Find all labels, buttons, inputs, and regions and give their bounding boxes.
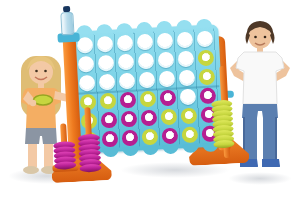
connect-four-unit: [0, 0, 298, 205]
board-cell-r1c2[interactable]: [97, 35, 114, 52]
board-cell-r2c4[interactable]: [138, 52, 155, 69]
scallop-bump: [96, 24, 112, 34]
tray-disc-M[interactable]: [79, 164, 101, 173]
magenta-disc-stack-outer[interactable]: [53, 141, 76, 170]
scallop-bump: [162, 144, 178, 154]
board-cell-r3c5[interactable]: [158, 70, 175, 87]
scallop-bump: [102, 148, 118, 158]
board-cell-r1c3[interactable]: [117, 34, 134, 51]
board-cell-r6c2[interactable]: [102, 130, 119, 147]
board-cell-r1c7[interactable]: [196, 30, 213, 47]
board-cell-r1c4[interactable]: [137, 33, 154, 50]
bottle-body: [60, 12, 74, 36]
board-cell-r6c3[interactable]: [122, 129, 139, 146]
board-cell-r5c5[interactable]: [160, 108, 177, 125]
board-cell-r2c5[interactable]: [157, 51, 174, 68]
tray-disc-M[interactable]: [54, 161, 76, 170]
tray-disc-Y[interactable]: [213, 140, 234, 149]
scallop-bump: [196, 19, 212, 29]
board-cell-r3c2[interactable]: [99, 73, 116, 90]
board-cell-r2c6[interactable]: [177, 50, 194, 67]
board-cell-r4c4[interactable]: [140, 90, 157, 107]
board-cell-r2c2[interactable]: [98, 54, 115, 71]
board-cell-r5c3[interactable]: [121, 110, 138, 127]
board-cell-r5c4[interactable]: [141, 109, 158, 126]
board-cell-r5c2[interactable]: [101, 111, 118, 128]
board-cell-r4c3[interactable]: [120, 91, 137, 108]
board-cell-r4c2[interactable]: [100, 92, 117, 109]
scallop-bump: [122, 147, 138, 157]
magenta-disc-stack-front[interactable]: [78, 134, 102, 173]
scallop-bump: [176, 20, 192, 30]
board-cell-r3c3[interactable]: [119, 72, 136, 89]
board-cell-r6c5[interactable]: [161, 127, 178, 144]
board-cell-r5c6[interactable]: [180, 107, 197, 124]
board-cell-r3c4[interactable]: [139, 71, 156, 88]
board-cell-r1c6[interactable]: [176, 31, 193, 48]
board-cell-r3c1[interactable]: [79, 74, 96, 91]
scallop-bump: [182, 143, 198, 153]
board-cell-r2c3[interactable]: [118, 53, 135, 70]
lime-disc-stack[interactable]: [211, 100, 234, 149]
board-cell-r2c7[interactable]: [197, 49, 214, 66]
scallop-bump: [156, 21, 172, 31]
product-photo-scene: { "game": "connect-four", "scene_descrip…: [0, 0, 298, 205]
board-cell-r6c4[interactable]: [142, 128, 159, 145]
scallop-bump: [142, 146, 158, 156]
board-cell-r4c6[interactable]: [179, 88, 196, 105]
water-bottle: [60, 6, 74, 36]
board-cell-r3c7[interactable]: [198, 68, 215, 85]
board-cell-r2c1[interactable]: [78, 55, 95, 72]
board-cell-r3c6[interactable]: [178, 69, 195, 86]
board-cell-r1c5[interactable]: [157, 32, 174, 49]
board-cell-r6c6[interactable]: [181, 126, 198, 143]
scallop-bump: [116, 23, 132, 33]
board-cell-r4c5[interactable]: [159, 89, 176, 106]
scallop-bump: [136, 22, 152, 32]
